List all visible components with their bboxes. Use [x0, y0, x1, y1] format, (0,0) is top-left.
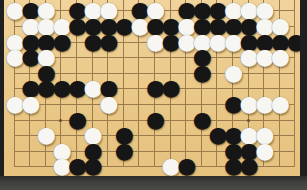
- black-stone[interactable]: ●: [146, 80, 162, 96]
- black-stone[interactable]: ●: [146, 112, 162, 128]
- white-stone[interactable]: ●: [224, 34, 240, 50]
- star-point: [247, 119, 250, 122]
- white-stone[interactable]: ●: [130, 18, 146, 34]
- black-stone[interactable]: ●: [177, 158, 193, 174]
- letterbox-left-bar: [0, 0, 4, 190]
- black-stone[interactable]: ●: [193, 112, 209, 128]
- black-stone[interactable]: ●: [193, 65, 209, 81]
- letterbox-right-bar: [300, 0, 307, 190]
- black-stone[interactable]: ●: [68, 80, 84, 96]
- white-stone[interactable]: ●: [99, 96, 115, 112]
- white-stone[interactable]: ●: [271, 49, 287, 65]
- black-stone[interactable]: ●: [84, 34, 100, 50]
- white-stone[interactable]: ●: [224, 65, 240, 81]
- black-stone[interactable]: ●: [162, 80, 178, 96]
- black-stone[interactable]: ●: [240, 158, 256, 174]
- white-stone[interactable]: ●: [255, 49, 271, 65]
- black-stone[interactable]: ●: [224, 96, 240, 112]
- white-stone[interactable]: ●: [255, 96, 271, 112]
- white-stone[interactable]: ●: [6, 96, 22, 112]
- white-stone[interactable]: ●: [84, 80, 100, 96]
- white-stone[interactable]: ●: [146, 34, 162, 50]
- black-stone[interactable]: ●: [68, 112, 84, 128]
- white-stone[interactable]: ●: [162, 158, 178, 174]
- black-stone[interactable]: ●: [115, 143, 131, 159]
- letterbox-bottom-bar: [0, 176, 307, 190]
- black-stone[interactable]: ●: [224, 158, 240, 174]
- black-stone[interactable]: ●: [99, 34, 115, 50]
- go-app-frame: ●●●●●●●●●●●●●●●●●●●●●●●●●●●●●●●●●●●●●●●●…: [0, 0, 307, 190]
- black-stone[interactable]: ●: [52, 80, 68, 96]
- white-stone[interactable]: ●: [271, 96, 287, 112]
- black-stone[interactable]: ●: [68, 158, 84, 174]
- black-stone[interactable]: ●: [162, 34, 178, 50]
- black-stone[interactable]: ●: [21, 49, 37, 65]
- white-stone[interactable]: ●: [52, 158, 68, 174]
- white-stone[interactable]: ●: [6, 2, 22, 18]
- white-stone[interactable]: ●: [37, 127, 53, 143]
- black-stone[interactable]: ●: [84, 158, 100, 174]
- white-stone[interactable]: ●: [177, 34, 193, 50]
- go-board[interactable]: ●●●●●●●●●●●●●●●●●●●●●●●●●●●●●●●●●●●●●●●●…: [0, 0, 307, 177]
- white-stone[interactable]: ●: [21, 96, 37, 112]
- black-stone[interactable]: ●: [208, 127, 224, 143]
- white-stone[interactable]: ●: [6, 49, 22, 65]
- white-stone[interactable]: ●: [240, 96, 256, 112]
